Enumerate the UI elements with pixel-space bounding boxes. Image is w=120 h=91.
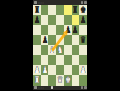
menu-icon[interactable] [84,86,87,89]
pillarbox-left [0,0,33,90]
pillarbox-right [87,0,120,90]
player-avatar[interactable] [34,86,37,89]
player-bar: ····· [33,86,87,91]
piece-white-pawn-g2[interactable]: ♟ [80,65,86,75]
square-g2[interactable]: ♟ [79,65,87,75]
square-f8[interactable]: ♜ [72,5,80,15]
square-a5[interactable] [33,35,41,45]
square-d8[interactable] [56,5,64,15]
chess-board[interactable]: ♜♜♚♟♟♟♟♟♛♝♞♟♟♟♜♛♚ [33,5,87,86]
piece-white-bishop-c4[interactable]: ♝ [49,45,55,54]
square-e1[interactable]: ♚ [64,75,72,85]
chat-icon[interactable] [51,86,54,89]
square-d3[interactable] [56,55,64,65]
square-d4[interactable]: ♞ [56,45,64,55]
square-f5[interactable] [72,35,80,45]
square-g4[interactable] [79,45,87,55]
square-c7[interactable] [48,15,56,25]
piece-black-rook-a8[interactable]: ♜ [34,5,40,15]
piece-white-rook-a1[interactable]: ♜ [34,75,40,85]
square-f6[interactable]: ♟ [72,25,80,35]
piece-black-queen-g5[interactable]: ♛ [80,35,86,44]
piece-black-pawn-b5[interactable]: ♟ [42,35,48,44]
square-b8[interactable] [41,5,49,15]
piece-black-pawn-a7[interactable]: ♟ [34,15,40,25]
square-c1[interactable] [48,75,56,85]
square-f4[interactable] [72,45,80,55]
square-b2[interactable]: ♟ [41,65,49,75]
piece-black-pawn-e6[interactable]: ♟ [65,25,71,34]
piece-white-knight-d4[interactable]: ♞ [57,45,63,54]
square-d1[interactable]: ♛ [56,75,64,85]
square-g7[interactable]: ♟ [79,15,87,25]
piece-white-king-e1[interactable]: ♚ [65,75,71,85]
square-e5[interactable] [64,35,72,45]
square-b1[interactable] [41,75,49,85]
square-b7[interactable] [41,15,49,25]
square-f3[interactable] [72,55,80,65]
square-a6[interactable] [33,25,41,35]
video-frame: ····· ♜♜♚♟♟♟♟♟♛♝♞♟♟♟♜♛♚ ····· [0,0,120,90]
piece-white-queen-d1[interactable]: ♛ [57,75,63,85]
player-name: ····· [38,86,44,90]
square-g5[interactable]: ♛ [79,35,87,45]
square-e8[interactable] [64,5,72,15]
square-f1[interactable] [72,75,80,85]
piece-white-pawn-b2[interactable]: ♟ [42,65,48,75]
square-c4[interactable]: ♝ [48,45,56,55]
square-e4[interactable] [64,45,72,55]
square-e6[interactable]: ♟ [64,25,72,35]
square-g1[interactable] [79,75,87,85]
square-a7[interactable]: ♟ [33,15,41,25]
square-a4[interactable] [33,45,41,55]
piece-black-pawn-g7[interactable]: ♟ [80,15,86,25]
square-c8[interactable] [48,5,56,15]
piece-black-pawn-f6[interactable]: ♟ [73,25,79,34]
square-c6[interactable] [48,25,56,35]
square-d7[interactable] [56,15,64,25]
square-f2[interactable] [72,65,80,75]
square-e3[interactable] [64,55,72,65]
square-b4[interactable] [41,45,49,55]
square-c3[interactable] [48,55,56,65]
piece-black-king-g8[interactable]: ♚ [80,5,86,15]
piece-black-rook-f8[interactable]: ♜ [73,5,79,15]
piece-white-pawn-a2[interactable]: ♟ [34,65,40,75]
square-a1[interactable]: ♜ [33,75,41,85]
square-d6[interactable] [56,25,64,35]
square-b5[interactable]: ♟ [41,35,49,45]
settings-icon[interactable] [81,86,84,89]
square-c2[interactable] [48,65,56,75]
